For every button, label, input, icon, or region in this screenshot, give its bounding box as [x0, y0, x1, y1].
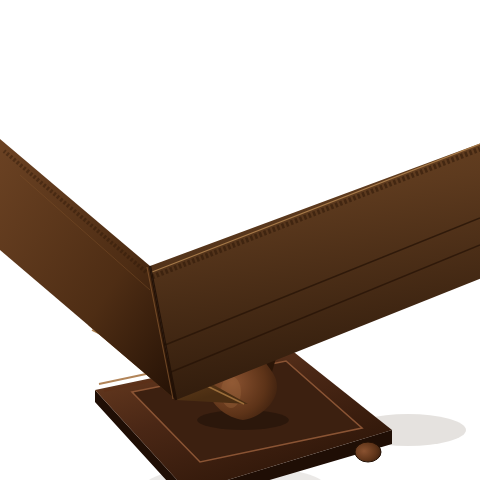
chess-table-photo: [0, 0, 480, 480]
bun-foot: [355, 442, 381, 462]
table-apron: [0, 61, 480, 400]
apron-front-face: [150, 61, 480, 400]
chess-table-scene: [0, 0, 480, 480]
